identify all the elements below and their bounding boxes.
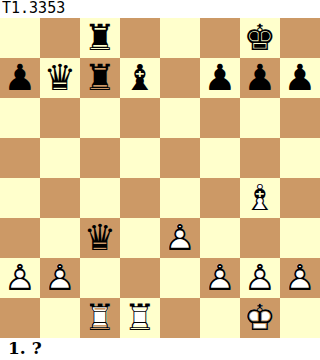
square-g5[interactable] (240, 138, 280, 178)
square-c1[interactable]: ♜♖ (80, 298, 120, 338)
square-e6[interactable] (160, 98, 200, 138)
square-h4[interactable] (280, 178, 320, 218)
chess-board: ♜♚♟♛♜♝♟♟♟♝♗♛♟♙♟♙♟♙♟♙♟♙♟♙♜♖♜♖♚♔ (0, 18, 320, 338)
square-f2[interactable]: ♟♙ (200, 258, 240, 298)
square-h7[interactable]: ♟ (280, 58, 320, 98)
black-pawn: ♟ (240, 58, 280, 98)
square-g7[interactable]: ♟ (240, 58, 280, 98)
square-b1[interactable] (40, 298, 80, 338)
black-pawn: ♟ (200, 58, 240, 98)
black-rook: ♜ (80, 58, 120, 98)
square-g3[interactable] (240, 218, 280, 258)
square-f7[interactable]: ♟ (200, 58, 240, 98)
square-d6[interactable] (120, 98, 160, 138)
square-h2[interactable]: ♟♙ (280, 258, 320, 298)
square-c2[interactable] (80, 258, 120, 298)
square-b7[interactable]: ♛ (40, 58, 80, 98)
white-rook-outline: ♖ (120, 298, 160, 338)
white-rook-outline: ♖ (80, 298, 120, 338)
square-a7[interactable]: ♟ (0, 58, 40, 98)
white-pawn-outline: ♙ (0, 258, 40, 298)
black-pawn: ♟ (280, 58, 320, 98)
square-c5[interactable] (80, 138, 120, 178)
square-g8[interactable]: ♚ (240, 18, 280, 58)
square-a3[interactable] (0, 218, 40, 258)
square-f4[interactable] (200, 178, 240, 218)
white-pawn-outline: ♙ (200, 258, 240, 298)
square-c8[interactable]: ♜ (80, 18, 120, 58)
square-a4[interactable] (0, 178, 40, 218)
square-h5[interactable] (280, 138, 320, 178)
square-b8[interactable] (40, 18, 80, 58)
white-pawn-outline: ♙ (240, 258, 280, 298)
square-d5[interactable] (120, 138, 160, 178)
square-e4[interactable] (160, 178, 200, 218)
square-a5[interactable] (0, 138, 40, 178)
square-g1[interactable]: ♚♔ (240, 298, 280, 338)
square-b3[interactable] (40, 218, 80, 258)
square-h6[interactable] (280, 98, 320, 138)
square-c4[interactable] (80, 178, 120, 218)
white-king-outline: ♔ (240, 298, 280, 338)
square-h3[interactable] (280, 218, 320, 258)
square-f3[interactable] (200, 218, 240, 258)
square-d7[interactable]: ♝ (120, 58, 160, 98)
square-b5[interactable] (40, 138, 80, 178)
square-a6[interactable] (0, 98, 40, 138)
square-e2[interactable] (160, 258, 200, 298)
square-d8[interactable] (120, 18, 160, 58)
move-prompt: 1. ? (0, 338, 320, 360)
square-e1[interactable] (160, 298, 200, 338)
square-g2[interactable]: ♟♙ (240, 258, 280, 298)
white-bishop-outline: ♗ (240, 178, 280, 218)
black-king: ♚ (240, 18, 280, 58)
white-pawn-outline: ♙ (40, 258, 80, 298)
square-a8[interactable] (0, 18, 40, 58)
square-g6[interactable] (240, 98, 280, 138)
black-bishop: ♝ (120, 58, 160, 98)
square-d1[interactable]: ♜♖ (120, 298, 160, 338)
square-b2[interactable]: ♟♙ (40, 258, 80, 298)
puzzle-id-label: T1.3353 (0, 0, 320, 18)
square-h8[interactable] (280, 18, 320, 58)
square-f1[interactable] (200, 298, 240, 338)
square-e7[interactable] (160, 58, 200, 98)
square-d3[interactable] (120, 218, 160, 258)
square-f5[interactable] (200, 138, 240, 178)
square-h1[interactable] (280, 298, 320, 338)
square-f8[interactable] (200, 18, 240, 58)
square-d2[interactable] (120, 258, 160, 298)
black-pawn: ♟ (0, 58, 40, 98)
square-b6[interactable] (40, 98, 80, 138)
square-g4[interactable]: ♝♗ (240, 178, 280, 218)
square-f6[interactable] (200, 98, 240, 138)
square-e3[interactable]: ♟♙ (160, 218, 200, 258)
square-c7[interactable]: ♜ (80, 58, 120, 98)
square-e8[interactable] (160, 18, 200, 58)
black-rook: ♜ (80, 18, 120, 58)
black-queen: ♛ (80, 218, 120, 258)
white-pawn-outline: ♙ (160, 218, 200, 258)
square-a1[interactable] (0, 298, 40, 338)
square-a2[interactable]: ♟♙ (0, 258, 40, 298)
square-c3[interactable]: ♛ (80, 218, 120, 258)
square-c6[interactable] (80, 98, 120, 138)
square-d4[interactable] (120, 178, 160, 218)
square-e5[interactable] (160, 138, 200, 178)
square-b4[interactable] (40, 178, 80, 218)
white-pawn-outline: ♙ (280, 258, 320, 298)
black-queen: ♛ (40, 58, 80, 98)
